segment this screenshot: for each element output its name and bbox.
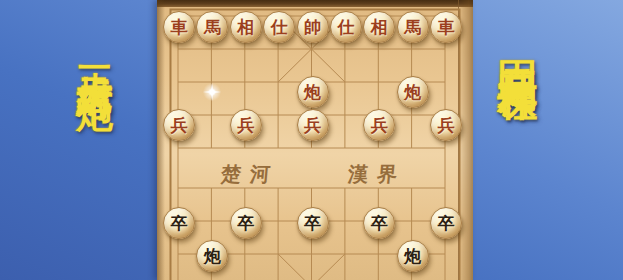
piece-red[interactable]: 車 bbox=[430, 11, 462, 43]
last-move-sparkle bbox=[203, 83, 221, 101]
piece-red[interactable]: 相 bbox=[363, 11, 395, 43]
piece-red[interactable]: 兵 bbox=[230, 109, 262, 141]
left-caption: 三步虎对中炮 bbox=[69, 36, 119, 72]
piece-red[interactable]: 兵 bbox=[363, 109, 395, 141]
piece-black[interactable]: 卒 bbox=[363, 207, 395, 239]
piece-black[interactable]: 卒 bbox=[297, 207, 329, 239]
river-label-han-jie: 漢界 bbox=[347, 161, 407, 188]
piece-red[interactable]: 兵 bbox=[430, 109, 462, 141]
piece-red[interactable]: 炮 bbox=[297, 76, 329, 108]
piece-red[interactable]: 馬 bbox=[397, 11, 429, 43]
piece-black[interactable]: 卒 bbox=[163, 207, 195, 239]
piece-black[interactable]: 卒 bbox=[430, 207, 462, 239]
piece-red[interactable]: 炮 bbox=[397, 76, 429, 108]
piece-red[interactable]: 兵 bbox=[297, 109, 329, 141]
piece-black[interactable]: 炮 bbox=[397, 240, 429, 272]
river-label-chu-he: 楚河 bbox=[220, 161, 280, 188]
piece-red[interactable]: 帥 bbox=[297, 11, 329, 43]
piece-black[interactable]: 卒 bbox=[230, 207, 262, 239]
screenshot: 三步虎对中炮 固定开局课程 bbox=[0, 0, 623, 280]
piece-red[interactable]: 仕 bbox=[263, 11, 295, 43]
piece-red[interactable]: 車 bbox=[163, 11, 195, 43]
right-caption: 固定开局课程 bbox=[491, 29, 546, 59]
xiangqi-board[interactable]: 楚河 漢界 車馬相仕帥仕相馬車炮炮兵兵兵兵兵卒卒卒卒卒炮炮 bbox=[157, 0, 473, 280]
piece-red[interactable]: 兵 bbox=[163, 109, 195, 141]
piece-red[interactable]: 相 bbox=[230, 11, 262, 43]
piece-red[interactable]: 仕 bbox=[330, 11, 362, 43]
